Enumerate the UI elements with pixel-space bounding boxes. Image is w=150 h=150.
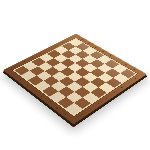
coordinate-label: 1	[15, 65, 18, 67]
coordinate-label: e	[40, 95, 43, 97]
coordinate-label: f	[117, 59, 119, 60]
board-inlay-line	[13, 38, 138, 116]
coordinate-label: b	[88, 43, 90, 44]
coordinate-label: 3	[31, 57, 34, 58]
coordinate-label: 4	[39, 53, 42, 54]
coordinate-label: c	[95, 47, 97, 48]
coordinate-label: g	[125, 64, 128, 66]
coordinate-label: 2	[89, 108, 92, 110]
coordinate-label: d	[33, 90, 36, 92]
chessboard: aabbccddeeffgghh8877665544332211	[3, 33, 147, 124]
coordinate-label: a	[81, 39, 83, 40]
coordinate-label: 7	[128, 82, 131, 84]
coordinate-label: 5	[113, 92, 116, 94]
coordinate-label: d	[102, 51, 105, 52]
playing-field	[15, 39, 136, 115]
coordinate-label: h	[133, 68, 136, 70]
coordinate-label: c	[26, 84, 29, 86]
coordinate-label: 1	[81, 113, 84, 115]
coordinate-label: 3	[97, 102, 100, 104]
coordinate-label: e	[109, 55, 111, 56]
product-photo-scene: aabbccddeeffgghh8877665544332211	[0, 0, 150, 150]
coordinate-label: h	[64, 113, 67, 115]
coordinate-label: a	[13, 74, 16, 76]
coordinate-label: 5	[47, 49, 50, 50]
coordinate-label: g	[56, 107, 59, 109]
coordinate-label: 4	[105, 97, 108, 99]
coordinate-label: 8	[135, 77, 138, 79]
coordinate-label: b	[19, 79, 22, 81]
board-frame: aabbccddeeffgghh8877665544332211	[3, 33, 147, 124]
coordinate-label: 2	[23, 61, 26, 63]
coordinate-label: f	[48, 101, 51, 103]
coordinate-label: 6	[120, 87, 123, 89]
